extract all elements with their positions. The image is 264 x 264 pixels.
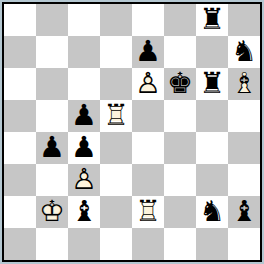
square-c8[interactable] bbox=[68, 4, 100, 36]
piece-black-pawn[interactable]: ♟ bbox=[132, 36, 164, 68]
square-d2[interactable] bbox=[100, 196, 132, 228]
chess-diagram: ♜♟♞♟♙♚♜♝♗♟♜♖♟♟♟♙♚♔♝♜♖♞♝ bbox=[0, 0, 264, 264]
chess-board: ♜♟♞♟♙♚♜♝♗♟♜♖♟♟♟♙♚♔♝♜♖♞♝ bbox=[4, 4, 260, 260]
square-c7[interactable] bbox=[68, 36, 100, 68]
square-g1[interactable] bbox=[196, 228, 228, 260]
square-b6[interactable] bbox=[36, 68, 68, 100]
square-h2[interactable]: ♝ bbox=[228, 196, 260, 228]
square-g5[interactable] bbox=[196, 100, 228, 132]
square-a5[interactable] bbox=[4, 100, 36, 132]
square-g3[interactable] bbox=[196, 164, 228, 196]
square-a3[interactable] bbox=[4, 164, 36, 196]
square-e4[interactable] bbox=[132, 132, 164, 164]
piece-white-pawn[interactable]: ♟♙ bbox=[132, 68, 164, 100]
square-f6[interactable]: ♚ bbox=[164, 68, 196, 100]
square-d3[interactable] bbox=[100, 164, 132, 196]
square-c1[interactable] bbox=[68, 228, 100, 260]
square-e2[interactable]: ♜♖ bbox=[132, 196, 164, 228]
square-b4[interactable]: ♟ bbox=[36, 132, 68, 164]
square-e5[interactable] bbox=[132, 100, 164, 132]
piece-black-king[interactable]: ♚ bbox=[164, 68, 196, 100]
piece-black-rook[interactable]: ♜ bbox=[196, 68, 228, 100]
square-a4[interactable] bbox=[4, 132, 36, 164]
piece-black-pawn[interactable]: ♟ bbox=[36, 132, 68, 164]
square-d4[interactable] bbox=[100, 132, 132, 164]
square-f2[interactable] bbox=[164, 196, 196, 228]
square-a6[interactable] bbox=[4, 68, 36, 100]
piece-black-knight[interactable]: ♞ bbox=[196, 196, 228, 228]
square-b1[interactable] bbox=[36, 228, 68, 260]
square-h5[interactable] bbox=[228, 100, 260, 132]
square-h3[interactable] bbox=[228, 164, 260, 196]
square-e1[interactable] bbox=[132, 228, 164, 260]
square-c3[interactable]: ♟♙ bbox=[68, 164, 100, 196]
piece-black-pawn[interactable]: ♟ bbox=[68, 132, 100, 164]
piece-black-rook[interactable]: ♜ bbox=[196, 4, 228, 36]
square-g2[interactable]: ♞ bbox=[196, 196, 228, 228]
square-a7[interactable] bbox=[4, 36, 36, 68]
piece-white-king[interactable]: ♚♔ bbox=[36, 196, 68, 228]
square-f7[interactable] bbox=[164, 36, 196, 68]
square-a1[interactable] bbox=[4, 228, 36, 260]
square-f8[interactable] bbox=[164, 4, 196, 36]
square-d8[interactable] bbox=[100, 4, 132, 36]
piece-white-bishop[interactable]: ♝♗ bbox=[228, 68, 260, 100]
piece-black-pawn[interactable]: ♟ bbox=[68, 100, 100, 132]
piece-white-rook[interactable]: ♜♖ bbox=[132, 196, 164, 228]
piece-white-rook[interactable]: ♜♖ bbox=[100, 100, 132, 132]
square-b7[interactable] bbox=[36, 36, 68, 68]
board-border: ♜♟♞♟♙♚♜♝♗♟♜♖♟♟♟♙♚♔♝♜♖♞♝ bbox=[2, 2, 262, 262]
square-e7[interactable]: ♟ bbox=[132, 36, 164, 68]
square-h1[interactable] bbox=[228, 228, 260, 260]
square-c6[interactable] bbox=[68, 68, 100, 100]
square-f1[interactable] bbox=[164, 228, 196, 260]
piece-black-bishop[interactable]: ♝ bbox=[68, 196, 100, 228]
piece-black-knight[interactable]: ♞ bbox=[228, 36, 260, 68]
square-d1[interactable] bbox=[100, 228, 132, 260]
square-e3[interactable] bbox=[132, 164, 164, 196]
square-b8[interactable] bbox=[36, 4, 68, 36]
square-b3[interactable] bbox=[36, 164, 68, 196]
square-h4[interactable] bbox=[228, 132, 260, 164]
piece-black-bishop[interactable]: ♝ bbox=[228, 196, 260, 228]
square-c4[interactable]: ♟ bbox=[68, 132, 100, 164]
square-f5[interactable] bbox=[164, 100, 196, 132]
square-a8[interactable] bbox=[4, 4, 36, 36]
square-d6[interactable] bbox=[100, 68, 132, 100]
square-h8[interactable] bbox=[228, 4, 260, 36]
square-e8[interactable] bbox=[132, 4, 164, 36]
square-d5[interactable]: ♜♖ bbox=[100, 100, 132, 132]
square-g4[interactable] bbox=[196, 132, 228, 164]
square-b5[interactable] bbox=[36, 100, 68, 132]
square-f4[interactable] bbox=[164, 132, 196, 164]
square-e6[interactable]: ♟♙ bbox=[132, 68, 164, 100]
square-f3[interactable] bbox=[164, 164, 196, 196]
square-b2[interactable]: ♚♔ bbox=[36, 196, 68, 228]
square-h7[interactable]: ♞ bbox=[228, 36, 260, 68]
square-g6[interactable]: ♜ bbox=[196, 68, 228, 100]
square-g7[interactable] bbox=[196, 36, 228, 68]
square-g8[interactable]: ♜ bbox=[196, 4, 228, 36]
square-c2[interactable]: ♝ bbox=[68, 196, 100, 228]
square-h6[interactable]: ♝♗ bbox=[228, 68, 260, 100]
square-a2[interactable] bbox=[4, 196, 36, 228]
square-d7[interactable] bbox=[100, 36, 132, 68]
square-c5[interactable]: ♟ bbox=[68, 100, 100, 132]
piece-white-pawn[interactable]: ♟♙ bbox=[68, 164, 100, 196]
